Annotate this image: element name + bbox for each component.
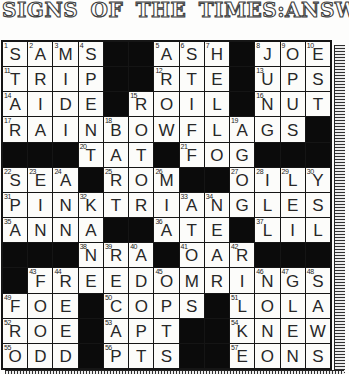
cell-letter: S [312, 348, 323, 368]
cell-letter: K [85, 197, 96, 217]
cell-letter: M [185, 273, 199, 293]
cell-letter: T [187, 222, 197, 242]
letter-cell[interactable]: 53A [104, 319, 128, 343]
letter-cell[interactable]: 11T [3, 67, 27, 91]
letter-cell[interactable]: O [129, 168, 153, 192]
cell-letter: S [312, 273, 323, 293]
letter-cell[interactable]: P [129, 319, 153, 343]
cell-letter: W [310, 323, 326, 343]
cell-letter: E [60, 323, 71, 343]
cell-letter: S [186, 46, 197, 66]
letter-cell[interactable]: A [79, 218, 103, 242]
letter-cell[interactable]: T [129, 143, 153, 167]
cell-letter: D [34, 348, 46, 368]
letter-cell[interactable]: O [255, 294, 279, 318]
black-cell [180, 344, 204, 368]
cell-letter: P [110, 348, 121, 368]
cell-letter: E [211, 222, 222, 242]
letter-cell[interactable]: 34N [205, 193, 229, 217]
clue-number: 35 [4, 218, 11, 226]
letter-cell[interactable]: 50C [104, 294, 128, 318]
clue-number: 33 [181, 193, 188, 201]
cell-letter: A [85, 222, 96, 242]
letter-cell[interactable]: 14A [3, 92, 27, 116]
letter-cell[interactable]: N [79, 117, 103, 141]
letter-cell[interactable]: S [154, 344, 178, 368]
black-cell [205, 344, 229, 368]
letter-cell[interactable]: 22S [3, 168, 27, 192]
letter-cell[interactable]: N [53, 193, 77, 217]
clue-number: 28 [256, 168, 263, 176]
clue-number: 27 [231, 168, 238, 176]
black-cell [230, 67, 254, 91]
letter-cell[interactable]: 4S [79, 42, 103, 66]
clue-number: 38 [80, 243, 87, 251]
letter-cell[interactable]: O [28, 319, 52, 343]
letter-cell[interactable]: T [306, 92, 330, 116]
letter-cell[interactable]: 28I [255, 168, 279, 192]
letter-cell[interactable]: 30Y [306, 168, 330, 192]
clue-number: 49 [4, 294, 11, 302]
cell-letter: A [312, 298, 323, 318]
letter-cell[interactable]: I [28, 193, 52, 217]
cell-letter: F [187, 147, 197, 167]
cell-letter: N [85, 122, 97, 142]
letter-cell[interactable]: P [154, 294, 178, 318]
letter-cell[interactable]: 6S [180, 42, 204, 66]
letter-cell[interactable]: U [281, 92, 305, 116]
cell-letter: T [187, 71, 197, 91]
letter-cell[interactable]: A [104, 143, 128, 167]
cell-letter: E [85, 273, 96, 293]
letter-cell[interactable]: E [104, 268, 128, 292]
crossword-board: 1S2A3M4S5A6S7H8J9O10E11TRIP12RTE13UPS14A… [1, 40, 332, 370]
clue-number: 17 [4, 117, 11, 125]
cell-letter: M [58, 46, 72, 66]
cell-letter: S [287, 122, 298, 142]
cell-letter: E [312, 46, 323, 66]
clue-number: 16 [256, 92, 263, 100]
black-cell [180, 168, 204, 192]
cell-letter: P [287, 71, 298, 91]
clue-number: 3 [54, 42, 57, 50]
letter-cell[interactable]: 56P [104, 344, 128, 368]
cell-letter: P [85, 71, 96, 91]
letter-cell[interactable]: 38N [79, 243, 103, 267]
cell-letter: H [211, 46, 223, 66]
cell-letter: A [9, 222, 20, 242]
clue-number: 25 [105, 168, 112, 176]
letter-cell[interactable]: L [205, 92, 229, 116]
letter-cell[interactable]: 7H [205, 42, 229, 66]
clue-number: 46 [256, 268, 263, 276]
clue-number: 26 [155, 168, 162, 176]
cell-letter: F [10, 298, 20, 318]
cell-letter: L [212, 96, 221, 116]
letter-cell[interactable]: 10E [306, 42, 330, 66]
cell-letter: E [287, 197, 298, 217]
letter-cell[interactable]: I [53, 117, 77, 141]
board-shadow-bottom [5, 370, 344, 374]
cell-letter: B [110, 122, 121, 142]
black-cell [255, 243, 279, 267]
black-cell [230, 42, 254, 66]
cell-letter: P [136, 323, 147, 343]
black-cell [205, 168, 229, 192]
cell-letter: D [59, 96, 71, 116]
letter-cell[interactable]: E [205, 67, 229, 91]
letter-cell[interactable]: 47G [281, 268, 305, 292]
cell-letter: T [111, 197, 121, 217]
clue-number: 11 [4, 67, 10, 75]
cell-letter: L [263, 222, 272, 242]
letter-cell[interactable]: E [79, 268, 103, 292]
letter-cell[interactable]: N [255, 319, 279, 343]
clue-number: 23 [29, 168, 36, 176]
cell-letter: T [136, 147, 146, 167]
letter-cell[interactable]: T [154, 319, 178, 343]
letter-cell[interactable]: I [154, 193, 178, 217]
letter-cell[interactable]: O [255, 344, 279, 368]
cell-letter: O [135, 122, 148, 142]
letter-cell[interactable]: 24A [53, 168, 77, 192]
cell-letter: N [85, 247, 97, 267]
cell-letter: S [186, 298, 197, 318]
letter-cell[interactable]: E [79, 92, 103, 116]
cell-letter: S [312, 71, 323, 91]
clue-number: 55 [4, 344, 11, 352]
clue-number: 50 [105, 294, 112, 302]
letter-cell[interactable]: O [129, 117, 153, 141]
clue-number: 39 [105, 243, 112, 251]
letter-cell[interactable]: S [306, 344, 330, 368]
letter-cell[interactable]: 51L [230, 294, 254, 318]
cell-letter: N [59, 222, 71, 242]
cell-letter: L [288, 298, 297, 318]
cell-letter: P [9, 197, 20, 217]
letter-cell[interactable]: E [281, 319, 305, 343]
clue-number: 48 [307, 268, 314, 276]
cell-letter: G [236, 197, 249, 217]
clue-number: 6 [181, 42, 184, 50]
letter-cell[interactable]: N [28, 218, 52, 242]
letter-cell[interactable]: O [129, 294, 153, 318]
black-cell [53, 243, 77, 267]
cell-letter: R [110, 247, 122, 267]
letter-cell[interactable]: 17R [3, 117, 27, 141]
letter-cell[interactable]: M [180, 268, 204, 292]
clue-number: 8 [256, 42, 259, 50]
clue-number: 14 [4, 92, 11, 100]
letter-cell[interactable]: 33A [180, 193, 204, 217]
letter-cell[interactable]: 31P [3, 193, 27, 217]
cell-letter: O [210, 147, 223, 167]
letter-cell[interactable]: 26M [154, 168, 178, 192]
letter-cell[interactable]: 48S [306, 268, 330, 292]
letter-cell[interactable]: T [104, 193, 128, 217]
cell-letter: K [237, 323, 248, 343]
cell-letter: N [211, 197, 223, 217]
letter-cell[interactable]: I [28, 92, 52, 116]
letter-cell[interactable]: W [154, 117, 178, 141]
cell-letter: G [236, 147, 249, 167]
letter-cell[interactable]: P [79, 67, 103, 91]
cell-letter: E [110, 273, 121, 293]
cell-letter: R [9, 122, 21, 142]
clue-number: 13 [256, 67, 263, 75]
letter-cell[interactable]: 32K [79, 193, 103, 217]
letter-cell[interactable]: I [180, 92, 204, 116]
letter-cell[interactable]: 12R [154, 67, 178, 91]
letter-cell[interactable]: G [230, 193, 254, 217]
page-title-right: ANSWERS [285, 0, 349, 21]
cell-letter: A [35, 46, 46, 66]
letter-cell[interactable]: 25R [104, 168, 128, 192]
letter-cell[interactable]: P [281, 67, 305, 91]
black-cell [28, 143, 52, 167]
clue-number: 9 [282, 42, 285, 50]
letter-cell[interactable]: O [154, 92, 178, 116]
letter-cell[interactable]: 36A [154, 218, 178, 242]
letter-cell[interactable]: 55O [3, 344, 27, 368]
clue-number: 40 [130, 243, 137, 251]
clue-number: 42 [231, 243, 238, 251]
black-cell [230, 92, 254, 116]
clue-number: 53 [105, 319, 112, 327]
clue-number: 15 [130, 92, 137, 100]
black-cell [281, 143, 305, 167]
letter-cell[interactable]: 46N [255, 268, 279, 292]
cell-letter: I [164, 197, 169, 217]
cell-letter: E [237, 348, 248, 368]
letter-cell[interactable]: T [180, 218, 204, 242]
cell-letter: R [211, 273, 223, 293]
cell-letter: N [261, 323, 273, 343]
cell-letter: O [34, 323, 47, 343]
cell-letter: A [110, 147, 121, 167]
letter-cell[interactable]: 52R [3, 319, 27, 343]
clue-number: 18 [105, 117, 112, 125]
cell-letter: W [158, 122, 174, 142]
letter-cell[interactable]: S [306, 67, 330, 91]
clue-number: 2 [29, 42, 32, 50]
letter-cell[interactable]: I [53, 67, 77, 91]
letter-cell[interactable]: 41O [180, 243, 204, 267]
letter-cell[interactable]: W [306, 319, 330, 343]
letter-cell[interactable]: A [205, 243, 229, 267]
letter-cell[interactable]: D [28, 344, 52, 368]
black-cell [154, 243, 178, 267]
cell-letter: T [10, 71, 20, 91]
letter-cell[interactable]: A [306, 294, 330, 318]
cell-letter: I [265, 172, 270, 192]
black-cell [3, 243, 27, 267]
letter-cell[interactable]: I [230, 268, 254, 292]
clue-number: 4 [80, 42, 83, 50]
cell-letter: L [288, 172, 297, 192]
letter-cell[interactable]: D [53, 92, 77, 116]
letter-cell[interactable]: S [180, 294, 204, 318]
black-cell [306, 143, 330, 167]
cell-letter: R [34, 71, 46, 91]
letter-cell[interactable]: 8J [255, 42, 279, 66]
letter-cell[interactable]: 49F [3, 294, 27, 318]
letter-cell[interactable]: E [53, 294, 77, 318]
cell-letter: D [135, 273, 147, 293]
cell-letter: O [160, 96, 173, 116]
cell-letter: A [211, 247, 222, 267]
clue-number: 31 [4, 193, 11, 201]
black-cell [28, 243, 52, 267]
letter-cell[interactable]: 18B [104, 117, 128, 141]
letter-cell[interactable]: S [281, 117, 305, 141]
cell-letter: U [287, 96, 299, 116]
cell-letter: R [160, 71, 172, 91]
cell-letter: S [161, 348, 172, 368]
letter-cell[interactable]: 37L [255, 218, 279, 242]
letter-cell[interactable]: 20T [79, 143, 103, 167]
clue-number: 22 [4, 168, 11, 176]
letter-cell[interactable]: 21F [180, 143, 204, 167]
cell-letter: O [34, 298, 47, 318]
letter-cell[interactable]: 42R [230, 243, 254, 267]
letter-cell[interactable]: D [53, 344, 77, 368]
cell-letter: A [110, 323, 121, 343]
letter-cell[interactable]: L [281, 294, 305, 318]
letter-cell[interactable]: O [28, 294, 52, 318]
letter-cell[interactable]: 3M [53, 42, 77, 66]
cell-letter: N [59, 197, 71, 217]
letter-cell[interactable]: O [205, 143, 229, 167]
letter-cell[interactable]: 57E [230, 344, 254, 368]
cell-letter: D [59, 348, 71, 368]
letter-cell[interactable]: 23E [28, 168, 52, 192]
page-title: SIGNS OF THE TIMES: ANSWERS [2, 0, 347, 22]
cell-letter: L [237, 298, 246, 318]
cell-letter: O [135, 172, 148, 192]
letter-cell[interactable]: D [129, 268, 153, 292]
letter-cell[interactable]: R [28, 67, 52, 91]
clue-number: 34 [206, 193, 213, 201]
black-cell [104, 92, 128, 116]
clue-number: 30 [307, 168, 314, 176]
black-cell [104, 67, 128, 91]
letter-cell[interactable]: L [205, 117, 229, 141]
letter-cell[interactable]: L [306, 218, 330, 242]
cell-letter: E [35, 172, 46, 192]
cell-letter: O [261, 348, 274, 368]
clue-number: 32 [80, 193, 87, 201]
letter-cell[interactable]: T [129, 344, 153, 368]
cell-letter: I [240, 273, 245, 293]
letter-cell[interactable]: 1S [3, 42, 27, 66]
letter-cell[interactable]: 43F [28, 268, 52, 292]
black-cell [205, 294, 229, 318]
letter-cell[interactable]: 54K [230, 319, 254, 343]
clue-number: 19 [231, 117, 238, 125]
letter-cell[interactable]: 35A [3, 218, 27, 242]
cell-letter: E [211, 71, 222, 91]
letter-cell[interactable]: 2A [28, 42, 52, 66]
letter-cell[interactable]: F [180, 117, 204, 141]
cell-letter: R [135, 96, 147, 116]
letter-cell[interactable]: S [306, 193, 330, 217]
black-cell [306, 243, 330, 267]
letter-cell[interactable]: 13U [255, 67, 279, 91]
black-cell [53, 143, 77, 167]
cell-letter: A [35, 122, 46, 142]
cell-letter: O [286, 46, 299, 66]
letter-cell[interactable]: 29L [281, 168, 305, 192]
letter-cell[interactable]: 19A [230, 117, 254, 141]
letter-cell[interactable]: I [281, 218, 305, 242]
letter-cell[interactable]: N [53, 218, 77, 242]
letter-cell[interactable]: 9O [281, 42, 305, 66]
letter-cell[interactable]: N [281, 344, 305, 368]
black-cell [79, 344, 103, 368]
black-cell [205, 319, 229, 343]
letter-cell[interactable]: 44R [53, 268, 77, 292]
cell-letter: T [161, 323, 171, 343]
puzzle-page: SIGNS OF THE TIMES: ANSWERS 1S2A3M4S5A6S… [0, 0, 349, 374]
letter-cell[interactable]: 39R [104, 243, 128, 267]
clue-number: 10 [307, 42, 314, 50]
cell-letter: N [261, 96, 273, 116]
letter-cell[interactable]: 45O [154, 268, 178, 292]
cell-letter: R [135, 197, 147, 217]
cell-letter: I [63, 71, 68, 91]
page-title-left: SIGNS OF THE TIMES: [2, 0, 285, 21]
letter-cell[interactable]: 16N [255, 92, 279, 116]
letter-cell[interactable]: T [180, 67, 204, 91]
cell-letter: L [263, 197, 272, 217]
letter-cell[interactable]: R [205, 268, 229, 292]
letter-cell[interactable]: L [255, 193, 279, 217]
cell-letter: S [9, 46, 20, 66]
cell-letter: A [161, 46, 172, 66]
clue-number: 37 [256, 218, 263, 226]
letter-cell[interactable]: E [281, 193, 305, 217]
black-cell [3, 268, 27, 292]
cell-letter: A [237, 122, 248, 142]
cell-letter: R [59, 273, 71, 293]
letter-cell[interactable]: 5A [154, 42, 178, 66]
letter-cell[interactable]: G [230, 143, 254, 167]
cell-letter: I [189, 96, 194, 116]
black-cell [129, 218, 153, 242]
letter-cell[interactable]: 27O [230, 168, 254, 192]
letter-cell[interactable]: E [53, 319, 77, 343]
letter-cell[interactable]: A [28, 117, 52, 141]
clue-number: 7 [206, 42, 209, 50]
cell-letter: P [161, 298, 172, 318]
clue-number: 45 [155, 268, 162, 276]
black-cell [180, 319, 204, 343]
cell-letter: S [312, 197, 323, 217]
clue-number: 1 [4, 42, 7, 50]
clue-number: 36 [155, 218, 162, 226]
cell-letter: A [186, 197, 197, 217]
letter-cell[interactable]: 15R [129, 92, 153, 116]
cell-letter: S [9, 172, 20, 192]
black-cell [79, 294, 103, 318]
letter-cell[interactable]: E [205, 218, 229, 242]
letter-cell[interactable]: G [255, 117, 279, 141]
letter-cell[interactable]: 40A [129, 243, 153, 267]
cell-letter: T [136, 348, 146, 368]
letter-cell[interactable]: R [129, 193, 153, 217]
cell-letter: O [135, 298, 148, 318]
